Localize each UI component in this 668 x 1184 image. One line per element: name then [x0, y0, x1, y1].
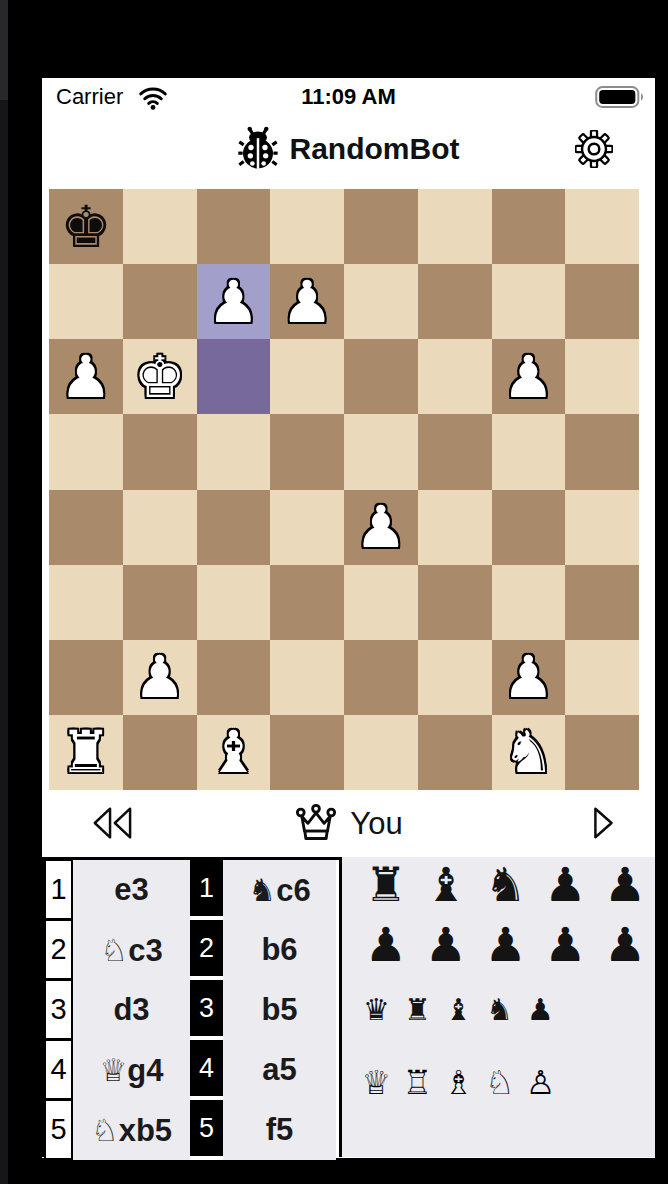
square-b5[interactable]	[123, 414, 197, 489]
move-table: 1e31♞c62♘c32b63d33b54♕g44a55♘xb55f5	[42, 857, 342, 1157]
captured-black-piece: ♜	[356, 861, 416, 908]
square-e4[interactable]: ♟	[344, 490, 418, 565]
black-move-4[interactable]: a5	[223, 1040, 336, 1100]
white-move-2[interactable]: ♘c3	[73, 920, 190, 980]
white-pawn-e4: ♟	[355, 498, 407, 556]
square-a4[interactable]	[49, 490, 123, 565]
white-crown-icon	[294, 803, 338, 845]
white-knight-g1: ♞	[502, 723, 554, 781]
move-nav-bar: You	[42, 790, 655, 857]
captured-black-piece: ♟	[520, 995, 561, 1025]
move-number-black-3: 3	[190, 980, 223, 1040]
square-d7[interactable]: ♟	[270, 264, 344, 339]
square-g2[interactable]: ♟	[492, 640, 566, 715]
screen-edge-strip	[0, 0, 8, 1184]
move-number-black-4: 4	[190, 1040, 223, 1100]
square-h6[interactable]	[565, 339, 639, 414]
square-a3[interactable]	[49, 565, 123, 640]
captured-white-piece: ♘	[479, 1066, 520, 1099]
square-e3[interactable]	[344, 565, 418, 640]
battery-icon	[595, 84, 647, 110]
move-number-black-1: 1	[190, 860, 223, 920]
captured-black-piece: ♟	[416, 921, 476, 968]
square-e5[interactable]	[344, 414, 418, 489]
square-g4[interactable]	[492, 490, 566, 565]
square-f7[interactable]	[418, 264, 492, 339]
black-move-5[interactable]: f5	[223, 1100, 336, 1160]
white-pawn-g6: ♟	[502, 348, 554, 406]
square-h8[interactable]	[565, 189, 639, 264]
white-pawn-g2: ♟	[502, 648, 554, 706]
square-f4[interactable]	[418, 490, 492, 565]
player-turn-indicator: You	[42, 790, 655, 857]
square-h2[interactable]	[565, 640, 639, 715]
white-rook-a1: ♜	[60, 723, 112, 781]
page-title: RandomBot	[290, 132, 460, 166]
square-b2[interactable]: ♟	[123, 640, 197, 715]
square-b6[interactable]: ♚	[123, 339, 197, 414]
forward-button[interactable]	[588, 804, 618, 842]
captured-row-black-0: ♜♝♞♟♟	[356, 861, 655, 908]
captured-black-piece: ♜	[397, 995, 438, 1025]
captured-black-piece: ♞	[476, 861, 536, 908]
square-b1[interactable]	[123, 715, 197, 790]
white-pawn-a6: ♟	[60, 348, 112, 406]
captured-black-piece: ♝	[438, 995, 479, 1025]
square-d4[interactable]	[270, 490, 344, 565]
white-move-5[interactable]: ♘xb5	[73, 1100, 190, 1160]
status-bar: Carrier 11:09 AM	[42, 78, 655, 116]
square-h4[interactable]	[565, 490, 639, 565]
captured-row-white-3: ♕♖♗♘♙	[356, 1066, 655, 1099]
captured-black-piece: ♞	[479, 995, 520, 1025]
white-pawn-d7: ♟	[281, 273, 333, 331]
square-a2[interactable]	[49, 640, 123, 715]
white-move-1[interactable]: e3	[73, 860, 190, 920]
move-number-white-1: 1	[44, 860, 73, 920]
square-e6[interactable]	[344, 339, 418, 414]
white-king-b6: ♚	[134, 348, 186, 406]
bot-bug-icon	[238, 126, 278, 172]
square-a5[interactable]	[49, 414, 123, 489]
square-b4[interactable]	[123, 490, 197, 565]
square-f6[interactable]	[418, 339, 492, 414]
captured-black-piece: ♟	[356, 921, 416, 968]
square-g7[interactable]	[492, 264, 566, 339]
white-move-3[interactable]: d3	[73, 980, 190, 1040]
square-g1[interactable]: ♞	[492, 715, 566, 790]
square-a1[interactable]: ♜	[49, 715, 123, 790]
square-c4[interactable]	[197, 490, 271, 565]
settings-gear-icon[interactable]	[575, 130, 613, 168]
square-c3[interactable]	[197, 565, 271, 640]
white-pawn-b2: ♟	[134, 648, 186, 706]
captured-black-piece: ♟	[535, 921, 595, 968]
square-h7[interactable]	[565, 264, 639, 339]
square-h5[interactable]	[565, 414, 639, 489]
square-e2[interactable]	[344, 640, 418, 715]
square-a6[interactable]: ♟	[49, 339, 123, 414]
app-header: RandomBot	[42, 116, 655, 182]
captured-white-piece: ♖	[397, 1066, 438, 1099]
captured-black-piece: ♝	[416, 861, 476, 908]
square-b7[interactable]	[123, 264, 197, 339]
move-number-white-3: 3	[44, 980, 73, 1040]
captured-black-piece: ♟	[535, 861, 595, 908]
black-move-3[interactable]: b5	[223, 980, 336, 1040]
captured-white-piece: ♙	[520, 1066, 561, 1099]
move-number-black-5: 5	[190, 1100, 223, 1160]
black-move-2[interactable]: b6	[223, 920, 336, 980]
white-pawn-c7: ♟	[207, 273, 259, 331]
square-a7[interactable]	[49, 264, 123, 339]
square-e7[interactable]	[344, 264, 418, 339]
bottom-panel: 1e31♞c62♘c32b63d33b54♕g44a55♘xb55f5 ♜♝♞♟…	[42, 857, 655, 1157]
square-e8[interactable]	[344, 189, 418, 264]
move-number-black-2: 2	[190, 920, 223, 980]
captured-black-piece: ♟	[595, 921, 655, 968]
square-d8[interactable]	[270, 189, 344, 264]
square-d1[interactable]	[270, 715, 344, 790]
move-number-white-2: 2	[44, 920, 73, 980]
black-king-a8: ♚	[60, 198, 112, 256]
captured-row-black-2: ♛♜♝♞♟	[356, 995, 655, 1025]
square-d3[interactable]	[270, 565, 344, 640]
white-bishop-c1: ♝	[207, 723, 259, 781]
square-h3[interactable]	[565, 565, 639, 640]
square-f2[interactable]	[418, 640, 492, 715]
square-c2[interactable]	[197, 640, 271, 715]
square-a8[interactable]: ♚	[49, 189, 123, 264]
move-number-white-5: 5	[44, 1100, 73, 1160]
captured-black-piece: ♛	[356, 995, 397, 1025]
captured-black-piece: ♟	[595, 861, 655, 908]
captured-row-black-1: ♟♟♟♟♟	[356, 921, 655, 968]
chess-board: ♚♟♟♟♚♟♟♟♟♜♝♞	[49, 189, 639, 790]
square-d5[interactable]	[270, 414, 344, 489]
square-d6[interactable]	[270, 339, 344, 414]
black-move-1[interactable]: ♞c6	[223, 860, 336, 920]
square-f8[interactable]	[418, 189, 492, 264]
square-e1[interactable]	[344, 715, 418, 790]
clock-time: 11:09 AM	[42, 84, 655, 110]
square-b8[interactable]	[123, 189, 197, 264]
square-c8[interactable]	[197, 189, 271, 264]
chess-app-window: Carrier 11:09 AM	[42, 78, 655, 1158]
square-f3[interactable]	[418, 565, 492, 640]
square-g3[interactable]	[492, 565, 566, 640]
square-g8[interactable]	[492, 189, 566, 264]
square-g5[interactable]	[492, 414, 566, 489]
captured-pieces-tray: ♜♝♞♟♟♟♟♟♟♟♛♜♝♞♟♕♖♗♘♙	[342, 857, 655, 1157]
square-h1[interactable]	[565, 715, 639, 790]
square-f1[interactable]	[418, 715, 492, 790]
captured-black-piece: ♟	[476, 921, 536, 968]
square-d2[interactable]	[270, 640, 344, 715]
captured-white-piece: ♕	[356, 1066, 397, 1099]
white-move-4[interactable]: ♕g4	[73, 1040, 190, 1100]
player-name-label: You	[350, 806, 402, 842]
square-c6[interactable]	[197, 339, 271, 414]
square-f5[interactable]	[418, 414, 492, 489]
square-g6[interactable]: ♟	[492, 339, 566, 414]
square-c5[interactable]	[197, 414, 271, 489]
move-number-white-4: 4	[44, 1040, 73, 1100]
square-c7[interactable]: ♟	[197, 264, 271, 339]
square-b3[interactable]	[123, 565, 197, 640]
square-c1[interactable]: ♝	[197, 715, 271, 790]
captured-white-piece: ♗	[438, 1066, 479, 1099]
